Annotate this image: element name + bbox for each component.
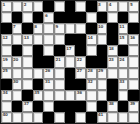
crossword-cell[interactable] [128, 79, 139, 90]
crossword-cell[interactable] [12, 34, 23, 45]
clue-number: 28 [87, 68, 92, 73]
crossword-cell[interactable]: 26 [43, 68, 54, 79]
crossword-cell[interactable] [1, 12, 12, 23]
clue-number: 10 [98, 24, 103, 29]
crossword-cell[interactable]: 3 [97, 1, 108, 12]
clue-number: 39 [130, 101, 135, 106]
crossword-block [86, 56, 97, 67]
crossword-cell[interactable]: 40 [1, 112, 12, 123]
crossword-block [118, 45, 129, 56]
crossword-cell[interactable]: 30 [12, 79, 23, 90]
crossword-cell[interactable] [33, 68, 44, 79]
crossword-cell[interactable]: 23 [107, 56, 118, 67]
crossword-cell[interactable]: 10 [97, 23, 108, 34]
clue-number: 2 [24, 2, 26, 7]
crossword-cell[interactable] [118, 112, 129, 123]
crossword-cell[interactable] [65, 23, 76, 34]
crossword-cell[interactable] [128, 45, 139, 56]
crossword-cell[interactable] [65, 90, 76, 101]
crossword-cell[interactable] [22, 79, 33, 90]
clue-number: 27 [77, 68, 82, 73]
crossword-cell[interactable]: 29 [97, 68, 108, 79]
crossword-cell[interactable] [22, 12, 33, 23]
crossword-cell[interactable] [75, 112, 86, 123]
crossword-block [12, 12, 23, 23]
crossword-cell[interactable] [128, 68, 139, 79]
crossword-cell[interactable] [33, 112, 44, 123]
crossword-cell[interactable]: 32 [86, 79, 97, 90]
crossword-cell[interactable]: 36 [75, 90, 86, 101]
crossword-cell[interactable] [54, 90, 65, 101]
crossword-cell[interactable] [107, 12, 118, 23]
crossword-cell[interactable]: 18 [107, 45, 118, 56]
crossword-cell[interactable] [128, 56, 139, 67]
crossword-cell[interactable] [12, 1, 23, 12]
crossword-block [86, 112, 97, 123]
crossword-cell[interactable] [22, 68, 33, 79]
crossword-cell[interactable]: 13 [22, 34, 33, 45]
crossword-block [65, 1, 76, 12]
crossword-cell[interactable]: 31 [43, 79, 54, 90]
crossword-block [33, 45, 44, 56]
crossword-cell[interactable] [86, 101, 97, 112]
crossword-cell[interactable]: 27 [75, 68, 86, 79]
clue-number: 4 [109, 2, 111, 7]
crossword-cell[interactable] [128, 12, 139, 23]
crossword-cell[interactable]: 11 [118, 23, 129, 34]
crossword-cell[interactable] [1, 45, 12, 56]
crossword-cell[interactable] [12, 90, 23, 101]
crossword-cell[interactable] [22, 112, 33, 123]
crossword-cell[interactable] [1, 101, 12, 112]
crossword-board: 1234567891011121314151617181920212223242… [0, 0, 140, 124]
crossword-block [54, 101, 65, 112]
crossword-cell[interactable] [43, 34, 54, 45]
crossword-block [65, 101, 76, 112]
crossword-cell[interactable]: 4 [107, 1, 118, 12]
crossword-block [65, 112, 76, 123]
crossword-block [128, 23, 139, 34]
crossword-block [65, 34, 76, 45]
clue-number: 25 [3, 68, 8, 73]
crossword-cell[interactable] [75, 23, 86, 34]
crossword-cell[interactable] [33, 34, 44, 45]
crossword-cell[interactable] [22, 56, 33, 67]
clue-number: 14 [87, 35, 92, 40]
clue-number: 6 [45, 13, 47, 18]
crossword-block [107, 23, 118, 34]
crossword-block [86, 23, 97, 34]
crossword-block [118, 101, 129, 112]
clue-number: 23 [109, 57, 114, 62]
crossword-cell[interactable]: 8 [33, 23, 44, 34]
crossword-cell[interactable] [12, 112, 23, 123]
crossword-block [107, 34, 118, 45]
clue-number: 19 [3, 57, 8, 62]
crossword-cell[interactable]: 22 [75, 56, 86, 67]
clue-number: 16 [130, 35, 135, 40]
crossword-cell[interactable] [97, 34, 108, 45]
crossword-cell[interactable] [54, 68, 65, 79]
crossword-cell[interactable]: 37 [22, 101, 33, 112]
crossword-cell[interactable]: 38 [107, 101, 118, 112]
clue-number: 3 [98, 2, 100, 7]
crossword-block [118, 12, 129, 23]
crossword-block [1, 79, 12, 90]
crossword-block [12, 101, 23, 112]
crossword-block [12, 45, 23, 56]
crossword-cell[interactable]: 25 [1, 68, 12, 79]
clue-number: 29 [98, 68, 103, 73]
crossword-block [22, 90, 33, 101]
crossword-block [97, 12, 108, 23]
clue-number: 18 [109, 46, 114, 51]
crossword-cell[interactable]: 34 [1, 90, 12, 101]
crossword-block [107, 90, 118, 101]
crossword-cell[interactable]: 33 [118, 79, 129, 90]
crossword-block [97, 101, 108, 112]
clue-number: 1 [3, 2, 5, 7]
clue-number: 24 [119, 57, 124, 62]
crossword-block [97, 45, 108, 56]
crossword-block [75, 45, 86, 56]
crossword-block [75, 34, 86, 45]
clue-number: 34 [3, 90, 8, 95]
crossword-cell[interactable]: 2 [22, 1, 33, 12]
crossword-cell[interactable] [65, 56, 76, 67]
clue-number: 12 [3, 35, 8, 40]
crossword-cell[interactable]: 21 [54, 56, 65, 67]
clue-number: 20 [13, 57, 18, 62]
crossword-cell[interactable]: 19 [1, 56, 12, 67]
crossword-cell[interactable]: 9 [54, 23, 65, 34]
crossword-cell[interactable] [54, 112, 65, 123]
clue-number: 35 [34, 90, 39, 95]
crossword-cell[interactable]: 16 [128, 34, 139, 45]
crossword-block [33, 12, 44, 23]
crossword-cell[interactable]: 24 [118, 56, 129, 67]
crossword-cell[interactable] [12, 68, 23, 79]
clue-number: 8 [34, 24, 36, 29]
clue-number: 26 [45, 68, 50, 73]
crossword-cell[interactable]: 1 [1, 1, 12, 12]
crossword-cell[interactable] [22, 45, 33, 56]
crossword-block [33, 79, 44, 90]
crossword-cell[interactable] [107, 112, 118, 123]
crossword-cell[interactable] [118, 90, 129, 101]
crossword-cell[interactable] [86, 45, 97, 56]
crossword-block [65, 79, 76, 90]
clue-number: 13 [24, 35, 29, 40]
crossword-cell[interactable] [54, 1, 65, 12]
crossword-cell[interactable]: 39 [128, 101, 139, 112]
crossword-block [75, 12, 86, 23]
crossword-cell[interactable] [107, 68, 118, 79]
crossword-block [43, 1, 54, 12]
crossword-block [33, 101, 44, 112]
crossword-block [54, 12, 65, 23]
crossword-cell[interactable] [86, 90, 97, 101]
crossword-cell[interactable]: 5 [128, 1, 139, 12]
crossword-block [97, 56, 108, 67]
crossword-cell[interactable] [97, 90, 108, 101]
clue-number: 37 [24, 101, 29, 106]
clue-number: 32 [87, 79, 92, 84]
clue-number: 36 [77, 90, 82, 95]
crossword-cell[interactable] [43, 45, 54, 56]
crossword-puzzle: 1234567891011121314151617181920212223242… [0, 0, 140, 124]
crossword-block [22, 23, 33, 34]
crossword-block [1, 23, 12, 34]
crossword-cell[interactable] [43, 101, 54, 112]
crossword-block [65, 12, 76, 23]
crossword-block [65, 68, 76, 79]
crossword-cell[interactable]: 6 [43, 12, 54, 23]
clue-number: 30 [13, 79, 18, 84]
crossword-cell[interactable] [33, 1, 44, 12]
crossword-cell[interactable] [97, 79, 108, 90]
clue-number: 21 [56, 57, 61, 62]
crossword-block [128, 90, 139, 101]
clue-number: 40 [3, 112, 8, 117]
crossword-cell[interactable] [54, 34, 65, 45]
crossword-block [75, 101, 86, 112]
crossword-cell[interactable] [43, 90, 54, 101]
crossword-cell[interactable]: 12 [1, 34, 12, 45]
crossword-block [43, 56, 54, 67]
crossword-cell[interactable] [128, 112, 139, 123]
clue-number: 22 [77, 57, 82, 62]
crossword-cell[interactable]: 17 [65, 45, 76, 56]
crossword-cell[interactable] [86, 12, 97, 23]
crossword-cell[interactable] [43, 23, 54, 34]
crossword-block [75, 79, 86, 90]
crossword-block [86, 1, 97, 12]
crossword-cell[interactable]: 28 [86, 68, 97, 79]
crossword-cell[interactable] [75, 1, 86, 12]
crossword-cell[interactable] [118, 1, 129, 12]
crossword-cell[interactable]: 35 [33, 90, 44, 101]
crossword-block [43, 112, 54, 123]
crossword-block [54, 45, 65, 56]
clue-number: 5 [130, 2, 132, 7]
clue-number: 9 [56, 24, 58, 29]
clue-number: 31 [45, 79, 50, 84]
crossword-cell[interactable]: 15 [118, 34, 129, 45]
crossword-block [107, 79, 118, 90]
crossword-cell[interactable] [54, 79, 65, 90]
crossword-cell[interactable]: 7 [12, 23, 23, 34]
crossword-cell[interactable] [118, 68, 129, 79]
crossword-cell[interactable]: 20 [12, 56, 23, 67]
clue-number: 41 [98, 112, 103, 117]
clue-number: 15 [119, 35, 124, 40]
clue-number: 7 [13, 24, 15, 29]
crossword-cell[interactable]: 41 [97, 112, 108, 123]
clue-number: 38 [109, 101, 114, 106]
crossword-cell[interactable]: 14 [86, 34, 97, 45]
clue-number: 33 [119, 79, 124, 84]
clue-number: 11 [119, 24, 124, 29]
clue-number: 17 [66, 46, 71, 51]
crossword-block [33, 56, 44, 67]
